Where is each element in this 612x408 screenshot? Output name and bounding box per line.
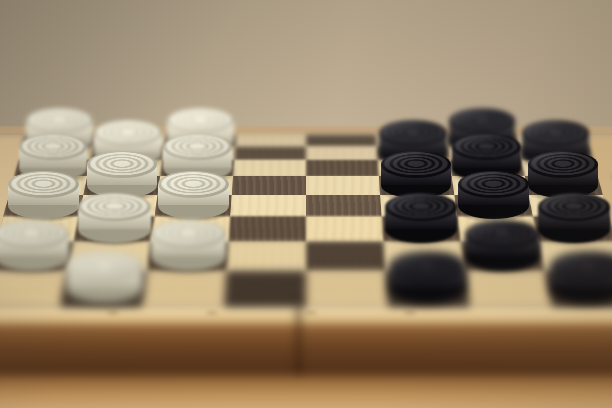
vignette-overlay [0,0,612,408]
scene [0,0,612,408]
